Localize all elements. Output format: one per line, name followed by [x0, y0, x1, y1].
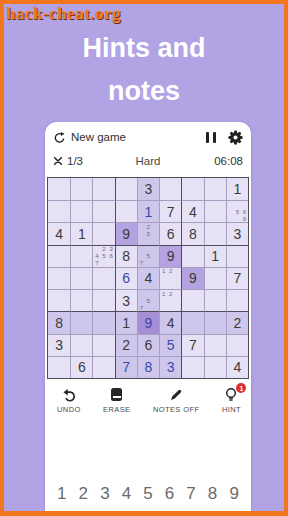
sudoku-cell-r8c5[interactable]: 6 [137, 334, 159, 356]
given-digit: 3 [48, 335, 70, 356]
undo-label: UNDO [57, 405, 81, 414]
sudoku-cell-r9c4[interactable]: 7 [115, 356, 137, 378]
given-digit: 4 [182, 201, 203, 222]
hint-label: HINT [222, 405, 241, 414]
sudoku-cell-r3c7[interactable]: 8 [181, 222, 203, 244]
given-digit: 9 [160, 246, 181, 267]
sudoku-cell-r8c1[interactable]: 3 [48, 334, 70, 356]
given-digit: 4 [227, 357, 248, 378]
sudoku-cell-r4c4[interactable]: 8 [115, 245, 137, 267]
settings-gear-icon[interactable] [228, 130, 243, 145]
sudoku-cell-r5c9[interactable]: 7 [226, 267, 248, 289]
undo-icon [61, 387, 76, 402]
sudoku-cell-r1c1[interactable] [48, 178, 70, 200]
numpad-key-8[interactable]: 8 [208, 485, 217, 502]
notes-label: NOTES OFF [153, 405, 200, 414]
sudoku-cell-r3c9[interactable]: 3 [226, 222, 248, 244]
sudoku-cell-r4c2[interactable] [70, 245, 92, 267]
given-digit: 4 [138, 268, 159, 289]
numpad-key-2[interactable]: 2 [79, 485, 88, 502]
sudoku-cell-r6c5[interactable]: 57 [137, 289, 159, 311]
sudoku-grid: 3117456941925683234567857916412973571281… [47, 177, 249, 379]
sudoku-cell-r9c5[interactable]: 8 [137, 356, 159, 378]
given-digit: 1 [116, 312, 137, 333]
sudoku-cell-r8c3[interactable] [92, 334, 114, 356]
sudoku-cell-r9c7[interactable] [181, 356, 203, 378]
title-line-2: notes [0, 70, 288, 113]
sudoku-cell-r7c3[interactable] [92, 311, 114, 333]
user-digit: 9 [138, 312, 159, 333]
undo-button[interactable]: UNDO [57, 387, 81, 414]
page-title: Hints and notes [0, 27, 288, 113]
sudoku-cell-r3c3[interactable] [92, 222, 114, 244]
close-icon[interactable] [53, 156, 63, 166]
notes-toggle-button[interactable]: NOTES OFF [153, 387, 200, 414]
sudoku-cell-r4c5[interactable]: 57 [137, 245, 159, 267]
sudoku-cell-r9c3[interactable] [92, 356, 114, 378]
sudoku-cell-r9c9[interactable]: 4 [226, 356, 248, 378]
sudoku-cell-r5c6[interactable]: 12 [159, 267, 181, 289]
sudoku-cell-r3c6[interactable]: 6 [159, 222, 181, 244]
pencil-icon [169, 387, 183, 402]
restart-icon [53, 131, 66, 144]
sudoku-cell-r9c2[interactable]: 6 [70, 356, 92, 378]
given-digit: 3 [138, 178, 159, 200]
sudoku-cell-r1c7[interactable] [181, 178, 203, 200]
sudoku-cell-r2c9[interactable]: 569 [226, 200, 248, 222]
sudoku-cell-r3c4[interactable]: 9 [115, 222, 137, 244]
given-digit: 9 [116, 223, 137, 244]
given-digit: 8 [116, 246, 137, 267]
sudoku-cell-r5c1[interactable] [48, 267, 70, 289]
game-card: New game 1/3 Hard 06:08 [45, 122, 251, 516]
toolbar: UNDO ERASE NOTES OFF 1 HINT [45, 379, 251, 414]
erase-button[interactable]: ERASE [103, 387, 130, 414]
sudoku-cell-r6c1[interactable] [48, 289, 70, 311]
difficulty-label: Hard [136, 155, 161, 167]
given-digit: 2 [227, 312, 248, 333]
numpad-key-1[interactable]: 1 [57, 485, 66, 502]
given-digit: 6 [138, 335, 159, 356]
user-digit: 1 [138, 201, 159, 222]
title-line-1: Hints and [0, 27, 288, 70]
sudoku-cell-r5c4[interactable]: 6 [115, 267, 137, 289]
sudoku-cell-r8c4[interactable]: 2 [115, 334, 137, 356]
new-game-label: New game [71, 131, 126, 143]
sudoku-cell-r7c2[interactable] [70, 311, 92, 333]
pencil-notes: 12 [160, 290, 181, 311]
user-digit: 6 [116, 268, 137, 289]
given-digit: 7 [160, 201, 181, 222]
sudoku-cell-r3c2[interactable]: 1 [70, 222, 92, 244]
given-digit: 7 [182, 335, 203, 356]
numpad-key-4[interactable]: 4 [122, 485, 131, 502]
sudoku-cell-r6c6[interactable]: 12 [159, 289, 181, 311]
pencil-notes: 12 [160, 268, 181, 289]
sudoku-cell-r1c6[interactable] [159, 178, 181, 200]
watermark: hack-cheat.org [6, 4, 121, 24]
sudoku-cell-r2c4[interactable] [115, 200, 137, 222]
given-digit: 4 [48, 223, 70, 244]
sudoku-cell-r6c8[interactable] [204, 289, 226, 311]
given-digit: 3 [116, 290, 137, 311]
sudoku-cell-r6c3[interactable] [92, 289, 114, 311]
given-digit: 3 [227, 223, 248, 244]
sudoku-cell-r4c1[interactable] [48, 245, 70, 267]
given-digit: 2 [116, 335, 137, 356]
sudoku-cell-r8c9[interactable] [226, 334, 248, 356]
pause-button[interactable] [206, 132, 217, 143]
user-digit: 8 [138, 357, 159, 378]
numpad-key-6[interactable]: 6 [165, 485, 174, 502]
pencil-notes: 57 [138, 246, 159, 267]
sudoku-cell-r2c8[interactable] [204, 200, 226, 222]
sudoku-cell-r5c5[interactable]: 4 [137, 267, 159, 289]
header-top-row: New game [45, 122, 251, 150]
given-digit: 6 [160, 223, 181, 244]
given-digit: 8 [182, 223, 203, 244]
mistakes-counter: 1/3 [67, 155, 83, 167]
sudoku-cell-r8c2[interactable] [70, 334, 92, 356]
number-pad: 123456789 [45, 485, 251, 502]
sudoku-cell-r6c7[interactable] [181, 289, 203, 311]
user-digit: 3 [160, 357, 181, 378]
sudoku-cell-r6c4[interactable]: 3 [115, 289, 137, 311]
sudoku-cell-r7c4[interactable]: 1 [115, 311, 137, 333]
sudoku-cell-r1c2[interactable] [70, 178, 92, 200]
sudoku-cell-r2c6[interactable]: 7 [159, 200, 181, 222]
given-digit: 1 [205, 246, 226, 267]
sudoku-cell-r1c4[interactable] [115, 178, 137, 200]
given-digit: 7 [227, 268, 248, 289]
sudoku-cell-r1c3[interactable] [92, 178, 114, 200]
sudoku-cell-r1c5[interactable]: 3 [137, 178, 159, 200]
sudoku-cell-r8c8[interactable] [204, 334, 226, 356]
sudoku-cell-r5c3[interactable] [92, 267, 114, 289]
sudoku-cell-r8c6[interactable]: 5 [159, 334, 181, 356]
numpad-key-7[interactable]: 7 [186, 485, 195, 502]
sudoku-cell-r5c8[interactable] [204, 267, 226, 289]
timer: 06:08 [160, 155, 243, 167]
sudoku-cell-r6c9[interactable] [226, 289, 248, 311]
new-game-button[interactable]: New game [53, 131, 206, 144]
sudoku-cell-r7c9[interactable]: 2 [226, 311, 248, 333]
numpad-key-5[interactable]: 5 [143, 485, 152, 502]
pencil-notes: 234567 [93, 246, 114, 267]
sudoku-cell-r7c6[interactable]: 4 [159, 311, 181, 333]
given-digit: 9 [182, 268, 203, 289]
sudoku-cell-r5c7[interactable]: 9 [181, 267, 203, 289]
sudoku-cell-r4c3[interactable]: 234567 [92, 245, 114, 267]
sudoku-cell-r9c6[interactable]: 3 [159, 356, 181, 378]
pencil-notes: 569 [227, 201, 248, 222]
eraser-icon [111, 387, 122, 402]
sudoku-cell-r2c1[interactable] [48, 200, 70, 222]
sudoku-cell-r9c1[interactable] [48, 356, 70, 378]
user-digit: 7 [116, 357, 137, 378]
sudoku-cell-r4c9[interactable] [226, 245, 248, 267]
given-digit: 8 [48, 312, 70, 333]
sudoku-cell-r4c6[interactable]: 9 [159, 245, 181, 267]
sudoku-cell-r2c5[interactable]: 1 [137, 200, 159, 222]
given-digit: 1 [71, 223, 92, 244]
hint-bulb-icon: 1 [224, 387, 238, 402]
numpad-key-3[interactable]: 3 [100, 485, 109, 502]
sudoku-cell-r9c8[interactable] [204, 356, 226, 378]
sudoku-cell-r8c7[interactable]: 7 [181, 334, 203, 356]
sudoku-cell-r6c2[interactable] [70, 289, 92, 311]
sudoku-cell-r7c5[interactable]: 9 [137, 311, 159, 333]
pencil-notes: 57 [138, 290, 159, 311]
hint-count-badge: 1 [236, 383, 246, 393]
sudoku-cell-r5c2[interactable] [70, 267, 92, 289]
numpad-key-9[interactable]: 9 [229, 485, 238, 502]
header-status-row: 1/3 Hard 06:08 [45, 150, 251, 172]
sudoku-cell-r1c8[interactable] [204, 178, 226, 200]
sudoku-cell-r2c2[interactable] [70, 200, 92, 222]
sudoku-cell-r7c7[interactable] [181, 311, 203, 333]
given-digit: 4 [160, 312, 181, 333]
sudoku-cell-r1c9[interactable]: 1 [226, 178, 248, 200]
user-digit: 5 [160, 335, 181, 356]
sudoku-cell-r2c7[interactable]: 4 [181, 200, 203, 222]
sudoku-cell-r4c7[interactable] [181, 245, 203, 267]
erase-label: ERASE [103, 405, 130, 414]
sudoku-cell-r3c8[interactable] [204, 222, 226, 244]
sudoku-cell-r7c1[interactable]: 8 [48, 311, 70, 333]
hint-button[interactable]: 1 HINT [222, 387, 241, 414]
sudoku-cell-r7c8[interactable] [204, 311, 226, 333]
given-digit: 6 [71, 357, 92, 378]
sudoku-cell-r2c3[interactable] [92, 200, 114, 222]
sudoku-cell-r4c8[interactable]: 1 [204, 245, 226, 267]
given-digit: 1 [227, 178, 248, 200]
pencil-notes: 25 [138, 223, 159, 244]
sudoku-cell-r3c1[interactable]: 4 [48, 222, 70, 244]
sudoku-cell-r3c5[interactable]: 25 [137, 222, 159, 244]
